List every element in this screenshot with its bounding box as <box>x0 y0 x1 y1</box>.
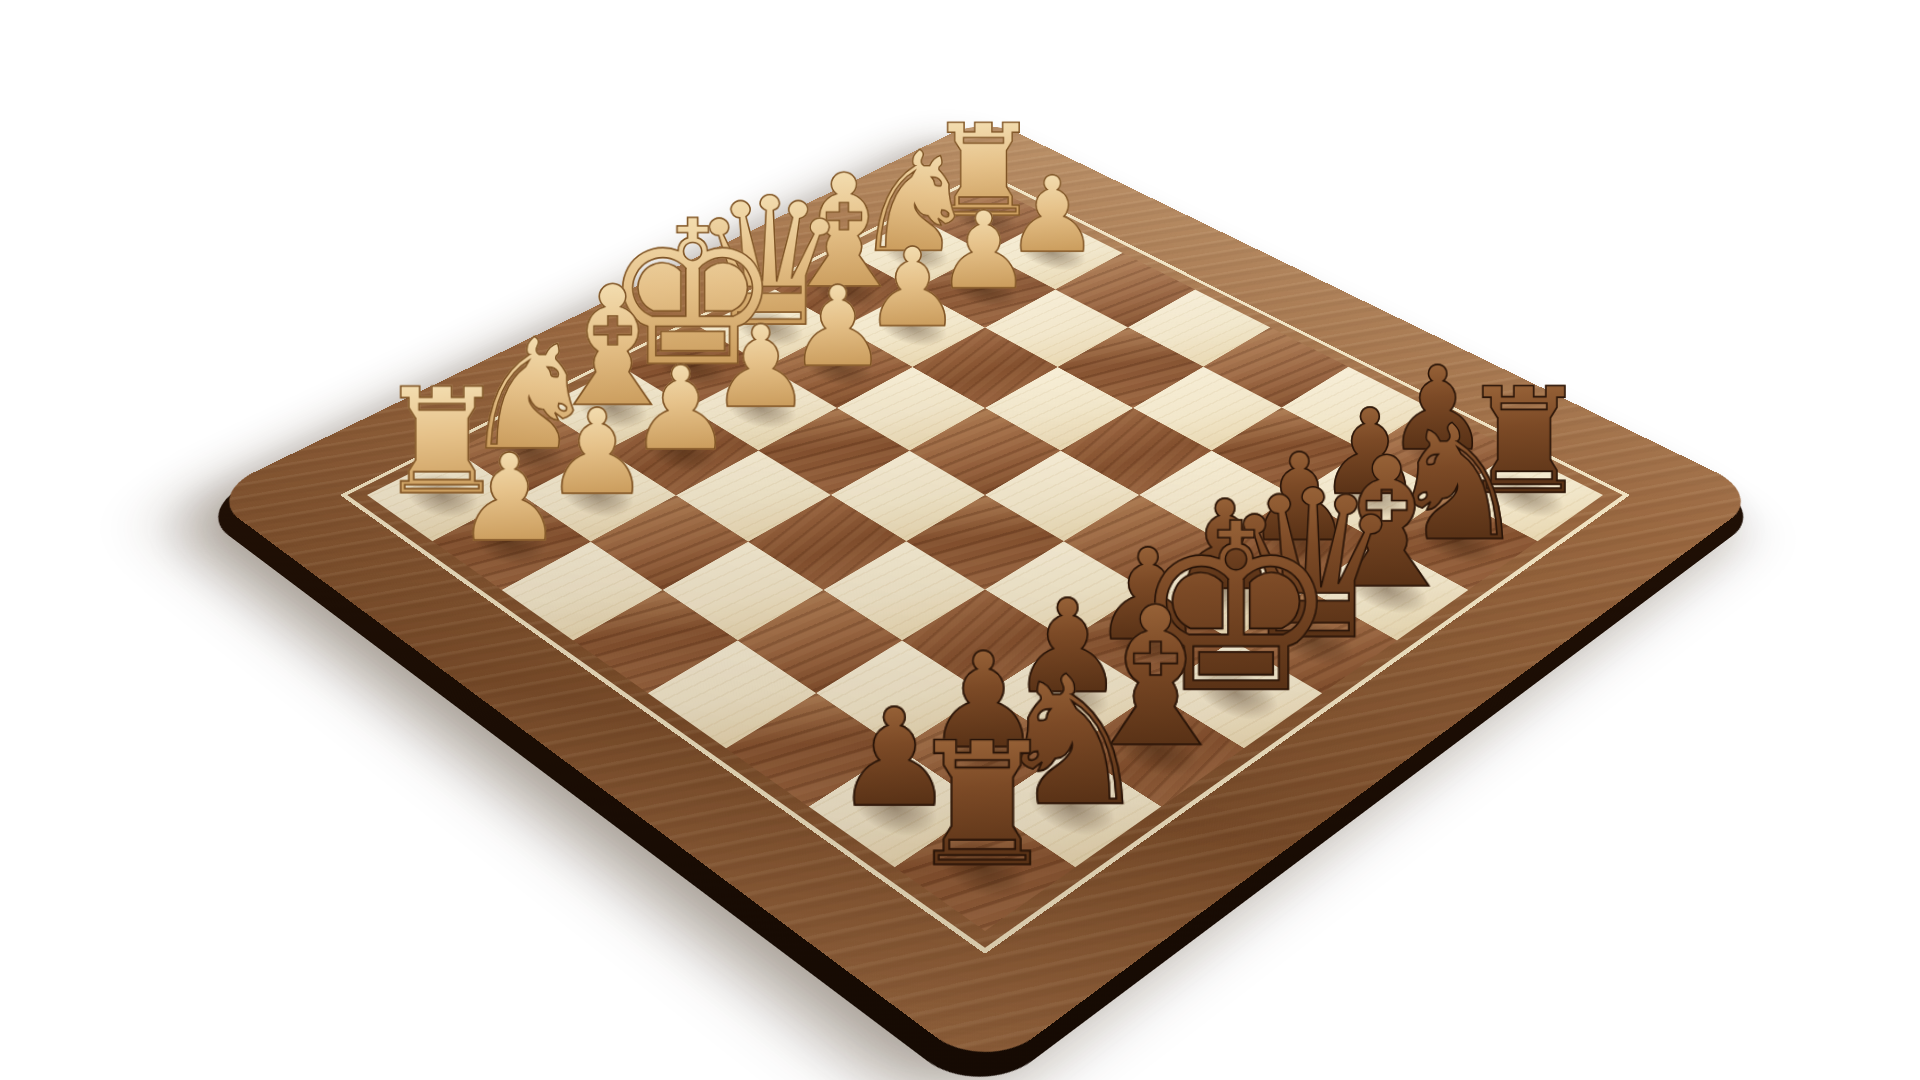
square-h8: ♜ <box>895 806 1076 931</box>
board-grid: ♜♟♟♜♞♟♟♞♝♟♟♝♛♟♟♛♚♟♟♚♝♟♟♝♞♟♟♞♜♟♟♜ <box>367 184 1603 931</box>
chess-board: ♜♟♟♜♞♟♟♞♝♟♟♝♛♟♟♛♚♟♟♚♝♟♟♝♞♟♟♞♜♟♟♜ <box>207 117 1763 1073</box>
board-inlay-line: ♜♟♟♜♞♟♟♞♝♟♟♝♛♟♟♛♚♟♟♚♝♟♟♝♞♟♟♞♜♟♟♜ <box>340 172 1630 954</box>
board-frame: ♜♟♟♜♞♟♟♞♝♟♟♝♛♟♟♛♚♟♟♚♝♟♟♝♞♟♟♞♜♟♟♜ <box>207 117 1763 1073</box>
piece-glyph: ♜ <box>907 719 1060 890</box>
product-photo-stage: ♜♟♟♜♞♟♟♞♝♟♟♝♛♟♟♛♚♟♟♚♝♟♟♝♞♟♟♞♜♟♟♜ <box>0 0 1920 1080</box>
piece-glyph: ♟ <box>456 437 564 558</box>
